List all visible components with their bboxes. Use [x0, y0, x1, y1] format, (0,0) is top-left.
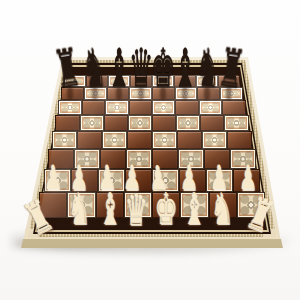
pieces-layer: ♜♞♝♛♚♝♞♜♟♟♟♟♟♟♟♟♜♞♝♛♚♝♞♜ [0, 0, 300, 300]
piece-black-bishop-c8[interactable]: ♝ [107, 41, 132, 94]
piece-white-rook-a1[interactable]: ♜ [18, 192, 58, 242]
piece-white-queen-d1[interactable]: ♛ [124, 188, 147, 232]
piece-black-queen-d8[interactable]: ♛ [129, 41, 154, 94]
piece-white-pawn-h2[interactable]: ♟ [238, 161, 256, 195]
piece-white-knight-g1[interactable]: ♞ [210, 187, 233, 231]
piece-black-knight-b8[interactable]: ♞ [80, 40, 107, 94]
piece-white-bishop-c1[interactable]: ♝ [98, 187, 121, 231]
piece-black-rook-a8[interactable]: ♜ [51, 40, 84, 96]
piece-white-king-e1[interactable]: ♚ [155, 187, 178, 231]
piece-white-rook-h1[interactable]: ♜ [242, 190, 279, 239]
piece-white-bishop-f1[interactable]: ♝ [183, 187, 206, 231]
piece-white-knight-b1[interactable]: ♞ [68, 187, 91, 231]
photo-canvas: ♜♞♝♛♚♝♞♜♟♟♟♟♟♟♟♟♜♞♝♛♚♝♞♜ [0, 0, 300, 300]
piece-white-pawn-a2[interactable]: ♟ [44, 161, 62, 195]
